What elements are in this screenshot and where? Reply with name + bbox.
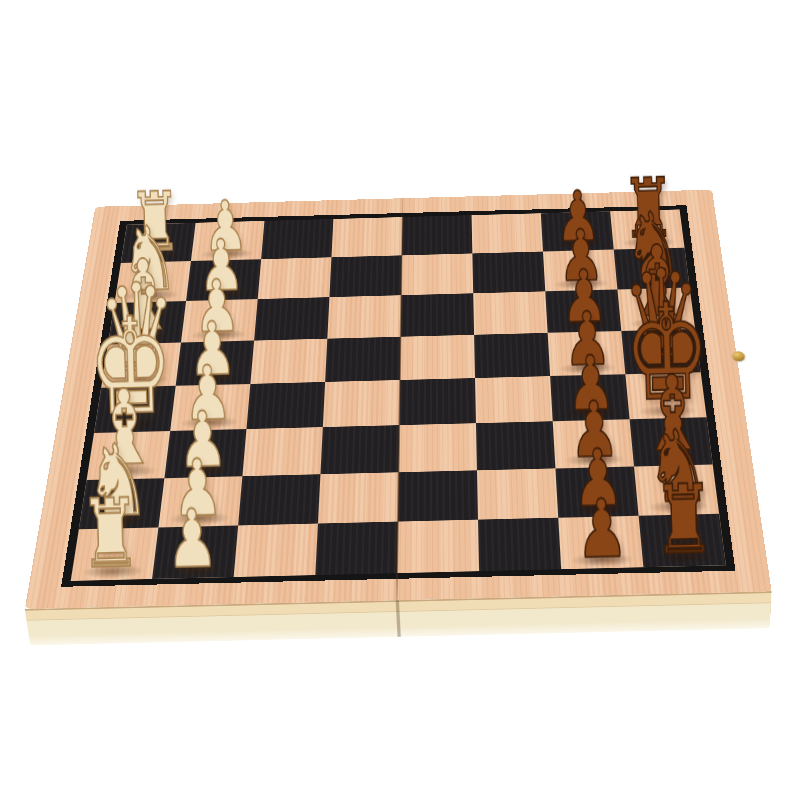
piece-shadow xyxy=(168,511,231,526)
square-c7: ♟ xyxy=(545,289,621,332)
square-c8: ♝ xyxy=(617,287,695,330)
square-d1: ♛ xyxy=(101,343,181,388)
square-b7: ♟ xyxy=(543,250,617,292)
square-d2: ♟ xyxy=(176,341,254,386)
square-h6 xyxy=(478,518,561,572)
piece-shadow xyxy=(123,289,180,301)
square-b1: ♞ xyxy=(115,261,191,303)
square-e5 xyxy=(399,378,476,425)
square-g2: ♟ xyxy=(158,476,242,527)
square-g3 xyxy=(238,474,320,525)
piece-shadow xyxy=(566,501,629,516)
square-a7: ♟ xyxy=(541,211,614,251)
square-c6 xyxy=(473,291,547,334)
square-d7: ♟ xyxy=(548,331,626,376)
square-g8: ♞ xyxy=(634,464,719,515)
piece-shadow xyxy=(550,238,605,250)
square-h1: ♜ xyxy=(71,527,159,581)
piece-shadow xyxy=(637,404,698,418)
square-a1: ♜ xyxy=(121,223,196,263)
square-c1: ♝ xyxy=(108,301,186,344)
piece-shadow xyxy=(189,328,247,341)
square-e7: ♟ xyxy=(550,374,629,421)
square-d5 xyxy=(400,335,475,380)
square-g5 xyxy=(398,470,478,521)
square-d8: ♛ xyxy=(621,329,700,374)
chess-board: ♜♟♟♜♞♟♟♞♝♟♟♝♛♟♟♛♚♟♟♚♝♟♟♝♞♟♟♞♜♟♟♜ xyxy=(25,190,772,609)
front-fold-seam xyxy=(396,600,401,637)
square-f8: ♝ xyxy=(630,417,713,466)
square-d4 xyxy=(325,337,401,382)
piece-shadow xyxy=(88,513,151,528)
square-h4 xyxy=(315,522,398,576)
square-f7: ♟ xyxy=(553,419,634,468)
piece-shadow xyxy=(173,462,234,476)
piece-shadow xyxy=(621,237,677,249)
piece-shadow xyxy=(96,464,158,478)
square-h5 xyxy=(397,520,479,574)
square-h8: ♜ xyxy=(639,514,726,568)
piece-shadow xyxy=(651,550,716,565)
square-e2: ♟ xyxy=(170,384,250,431)
square-b6 xyxy=(472,252,545,294)
piece-shadow xyxy=(628,317,686,330)
piece-shadow xyxy=(558,362,617,375)
square-a5 xyxy=(402,215,473,255)
piece-shadow xyxy=(633,360,692,373)
square-c4 xyxy=(327,295,401,338)
piece-shadow xyxy=(179,416,239,430)
product-photo-scene: ♜♟♟♜♞♟♟♞♝♟♟♝♛♟♟♛♚♟♟♚♝♟♟♝♞♟♟♞♜♟♟♜ xyxy=(0,0,800,800)
square-f1: ♝ xyxy=(87,431,171,480)
piece-shadow xyxy=(563,453,625,467)
square-f6 xyxy=(476,421,555,470)
square-e4 xyxy=(323,380,400,427)
piece-shadow xyxy=(199,248,254,260)
piece-shadow xyxy=(116,330,174,343)
square-g6 xyxy=(477,468,558,519)
piece-shadow xyxy=(570,552,634,567)
piece-shadow xyxy=(646,499,710,514)
piece-shadow xyxy=(162,562,226,577)
square-e8: ♚ xyxy=(625,372,706,419)
piece-shadow xyxy=(80,564,145,579)
square-g7: ♟ xyxy=(555,466,638,517)
piece-shadow xyxy=(103,418,163,432)
board-front-edge xyxy=(25,591,772,645)
piece-shadow xyxy=(110,373,169,386)
square-c3 xyxy=(254,297,329,340)
square-d6 xyxy=(474,333,550,378)
square-g1: ♞ xyxy=(79,478,165,529)
piece-shadow xyxy=(642,451,704,465)
square-a3 xyxy=(261,219,333,259)
square-a6 xyxy=(472,213,543,253)
square-f5 xyxy=(399,423,477,472)
square-d3 xyxy=(250,339,327,384)
square-a4 xyxy=(331,217,402,257)
square-b4 xyxy=(329,255,401,297)
square-f4 xyxy=(320,425,399,474)
piece-shadow xyxy=(194,287,250,299)
square-b3 xyxy=(258,257,332,299)
square-h3 xyxy=(234,524,318,578)
square-e1: ♚ xyxy=(94,386,176,433)
square-b8: ♞ xyxy=(614,248,690,290)
square-f3 xyxy=(242,427,322,476)
square-c2: ♟ xyxy=(181,299,258,342)
square-h2: ♟ xyxy=(152,525,238,579)
square-f2: ♟ xyxy=(164,429,246,478)
square-b5 xyxy=(401,253,473,295)
piece-shadow xyxy=(561,406,621,420)
square-b2: ♟ xyxy=(186,259,261,301)
piece-shadow xyxy=(184,371,243,384)
brass-clasp xyxy=(732,351,745,361)
square-a2: ♟ xyxy=(191,221,265,261)
piece-shadow xyxy=(555,319,613,332)
square-a8: ♜ xyxy=(610,209,684,249)
piece-shadow xyxy=(624,276,681,288)
square-e6 xyxy=(475,376,553,423)
square-c5 xyxy=(401,293,474,336)
piece-shadow xyxy=(553,278,609,290)
square-g4 xyxy=(318,472,399,523)
square-h7: ♟ xyxy=(558,516,643,570)
square-e3 xyxy=(246,382,325,429)
piece-shadow xyxy=(129,250,184,262)
